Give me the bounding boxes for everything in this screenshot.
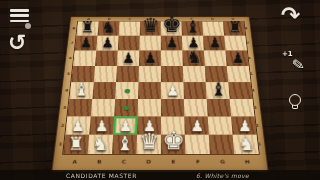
square-e3[interactable]: [161, 99, 184, 117]
board-grid[interactable]: ♜♞♛♚♝♜♟♟♟♟♟♟♟♞♟♝♟♝♟♟♟♟♟♟♜♞♝♛♚♞: [63, 21, 258, 154]
rank-label-left-4: 4: [62, 82, 71, 99]
square-c3[interactable]: [114, 99, 138, 117]
square-g7[interactable]: ♟: [203, 36, 225, 51]
white-pawn-e4[interactable]: ♟: [166, 84, 179, 99]
file-label-top-G: G: [202, 18, 223, 21]
pencil-icon: ✎: [291, 55, 306, 75]
file-label-top-F: F: [181, 18, 202, 21]
file-label-bottom-A: A: [62, 159, 87, 165]
white-pawn-f2[interactable]: ♟: [190, 119, 204, 134]
square-e7[interactable]: ♟: [161, 36, 183, 51]
white-bishop-c1[interactable]: ♝: [116, 134, 134, 153]
square-d1[interactable]: ♛: [137, 135, 161, 154]
black-pawn-c6[interactable]: ♟: [122, 52, 135, 66]
white-rook-a1[interactable]: ♜: [67, 135, 84, 154]
square-c4[interactable]: [115, 82, 138, 99]
square-d7[interactable]: [139, 36, 161, 51]
square-g8[interactable]: [202, 21, 224, 35]
rank-label-right-3: 3: [251, 99, 260, 117]
rank-label-right-6: 6: [245, 51, 254, 66]
square-c8[interactable]: [119, 21, 140, 35]
white-queen-d1[interactable]: ♛: [139, 131, 159, 153]
square-d8[interactable]: ♛: [140, 21, 161, 35]
rank-label-right-2: 2: [253, 117, 263, 135]
square-c6[interactable]: ♟: [117, 51, 139, 66]
square-d6[interactable]: ♟: [139, 51, 161, 66]
square-b3[interactable]: [91, 99, 115, 117]
file-label-bottom-H: H: [235, 159, 260, 165]
square-e8[interactable]: ♚: [161, 21, 182, 35]
square-a1[interactable]: ♜: [63, 135, 89, 154]
square-g2[interactable]: [208, 117, 233, 135]
white-king-e1[interactable]: ♚: [162, 128, 185, 153]
square-a7[interactable]: ♟: [75, 36, 98, 51]
black-rook-h8[interactable]: ♜: [227, 19, 241, 35]
white-knight-h1[interactable]: ♞: [238, 135, 255, 154]
file-label-bottom-B: B: [87, 159, 112, 165]
black-bishop-g4[interactable]: ♝: [210, 80, 226, 98]
file-label-top-A: A: [78, 18, 99, 21]
square-f5[interactable]: [183, 66, 206, 82]
rank-label-right-7: 7: [244, 36, 253, 51]
rank-label-right-4: 4: [249, 82, 258, 99]
black-pawn-d6[interactable]: ♟: [144, 52, 157, 66]
square-e4[interactable]: ♟: [161, 82, 184, 99]
square-c7[interactable]: [118, 36, 140, 51]
square-b8[interactable]: ♞: [98, 21, 120, 35]
redo-icon[interactable]: ↷: [281, 2, 300, 28]
black-pawn-g7[interactable]: ♟: [208, 36, 220, 50]
square-f6[interactable]: ♞: [182, 51, 204, 66]
file-label-top-D: D: [140, 18, 161, 21]
move-indicator: 6. White's move: [196, 172, 249, 179]
chess-app-screen: ♜♞♛♚♝♜♟♟♟♟♟♟♟♞♟♝♟♝♟♟♟♟♟♟♜♞♝♛♚♞ AABBCCDDE…: [0, 0, 320, 180]
file-label-bottom-C: C: [112, 159, 137, 165]
board-3d-perspective: ♜♞♛♚♝♜♟♟♟♟♟♟♟♞♟♝♟♝♟♟♟♟♟♟♜♞♝♛♚♞ AABBCCDDE…: [51, 16, 269, 174]
file-label-top-C: C: [120, 18, 141, 21]
rank-label-right-8: 8: [242, 21, 250, 35]
square-d4[interactable]: [138, 82, 161, 99]
move-hint-dot-c3[interactable]: [123, 106, 129, 110]
square-a3[interactable]: [67, 99, 92, 117]
bulb-base: [292, 105, 298, 109]
black-knight-b8[interactable]: ♞: [101, 19, 115, 35]
square-b6[interactable]: [95, 51, 118, 66]
rank-label-right-1: 1: [255, 135, 265, 154]
black-knight-f6[interactable]: ♞: [186, 49, 201, 66]
black-pawn-a7[interactable]: ♟: [79, 36, 91, 50]
square-e1[interactable]: ♚: [161, 135, 185, 154]
hint-lightbulb-icon[interactable]: [287, 94, 303, 116]
square-b1[interactable]: ♞: [88, 135, 113, 154]
file-label-top-E: E: [161, 18, 182, 21]
file-label-top-H: H: [223, 18, 244, 21]
black-pawn-h6[interactable]: ♟: [231, 52, 244, 66]
move-hint-dot-c4[interactable]: [124, 89, 130, 93]
square-f4[interactable]: [183, 82, 206, 99]
square-b5[interactable]: [94, 66, 117, 82]
square-e6[interactable]: [161, 51, 183, 66]
square-g4[interactable]: ♝: [206, 82, 230, 99]
black-rook-a8[interactable]: ♜: [80, 19, 94, 35]
plus-one-move-icon[interactable]: +1 ✎: [282, 50, 306, 78]
file-label-top-B: B: [99, 18, 120, 21]
square-a6[interactable]: [73, 51, 96, 66]
level-label: CANDIDATE MASTER: [66, 172, 137, 179]
file-label-bottom-D: D: [136, 159, 161, 165]
white-knight-b1[interactable]: ♞: [92, 135, 109, 154]
status-bar: CANDIDATE MASTER 6. White's move: [0, 170, 320, 180]
black-bishop-f8[interactable]: ♝: [185, 18, 200, 35]
square-b4[interactable]: [92, 82, 116, 99]
status-dot: [25, 23, 31, 29]
square-g1[interactable]: [209, 135, 235, 154]
square-f3[interactable]: [184, 99, 208, 117]
board-frame: ♜♞♛♚♝♜♟♟♟♟♟♟♟♞♟♝♟♝♟♟♟♟♟♟♜♞♝♛♚♞ AABBCCDDE…: [51, 16, 269, 172]
square-f2[interactable]: ♟: [184, 117, 208, 135]
square-c1[interactable]: ♝: [112, 135, 137, 154]
rank-label-right-5: 5: [247, 66, 256, 82]
square-g6[interactable]: [204, 51, 227, 66]
restart-icon[interactable]: ↺: [8, 30, 26, 55]
white-bishop-a4[interactable]: ♝: [73, 80, 89, 98]
square-f1[interactable]: [185, 135, 210, 154]
square-a4[interactable]: ♝: [69, 82, 93, 99]
file-label-bottom-F: F: [186, 159, 211, 165]
square-g3[interactable]: [207, 99, 231, 117]
file-label-bottom-G: G: [210, 159, 235, 165]
square-f8[interactable]: ♝: [182, 21, 204, 35]
square-b7[interactable]: ♟: [96, 36, 118, 51]
file-label-bottom-E: E: [161, 159, 186, 165]
square-a8[interactable]: ♜: [76, 21, 98, 35]
square-e5[interactable]: [161, 66, 183, 82]
black-pawn-e7[interactable]: ♟: [165, 36, 177, 50]
square-c5[interactable]: [116, 66, 139, 82]
square-d5[interactable]: [138, 66, 160, 82]
black-pawn-b7[interactable]: ♟: [101, 36, 113, 50]
square-d3[interactable]: [138, 99, 161, 117]
